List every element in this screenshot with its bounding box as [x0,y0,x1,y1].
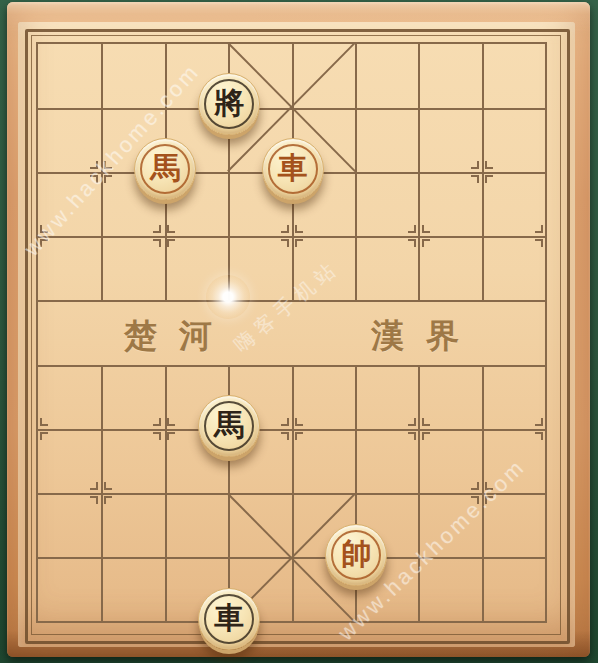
grid-cell [355,172,418,236]
grid-cell [38,429,101,493]
grid-cell [418,493,481,557]
grid-cell [482,365,545,429]
grid-cell [292,300,355,364]
river-label-han-jie: 漢界 [349,314,481,359]
grid-cell [292,429,355,493]
grid-cell [101,429,164,493]
grid-cell [482,44,545,108]
piece-character: 馬 [150,153,180,183]
grid-cell [482,236,545,300]
grid-cell [482,300,545,364]
grid-cell [418,365,481,429]
grid-cell [228,236,291,300]
grid-cell [418,557,481,621]
piece-red-horse[interactable]: 馬 [134,138,196,200]
grid-cell [418,236,481,300]
grid-cell [482,429,545,493]
piece-character: 車 [214,603,244,633]
grid-cell [418,108,481,172]
grid-cell [38,108,101,172]
grid-cell [165,493,228,557]
grid-cell [38,365,101,429]
grid-cell [355,44,418,108]
grid-cell [101,44,164,108]
grid-cell [38,236,101,300]
grid-cell [101,236,164,300]
grid-cell [101,557,164,621]
grid-cell [38,44,101,108]
piece-character: 將 [214,88,244,118]
grid-cell [482,172,545,236]
grid-cell [38,493,101,557]
piece-red-general[interactable]: 帥 [325,524,387,586]
grid-cell [355,429,418,493]
grid-cell [418,172,481,236]
piece-black-horse[interactable]: 馬 [198,395,260,457]
grid-cell [482,108,545,172]
grid-cell [482,557,545,621]
grid-cell [418,44,481,108]
piece-red-chariot[interactable]: 車 [262,138,324,200]
grid-cell [165,236,228,300]
grid-cell [482,493,545,557]
grid-cell [101,493,164,557]
grid-cell [355,365,418,429]
grid-cell [418,429,481,493]
grid-cell [38,172,101,236]
grid-cell [101,365,164,429]
grid-cell [355,236,418,300]
piece-character: 馬 [214,410,244,440]
piece-character: 車 [278,153,308,183]
piece-character: 帥 [341,539,371,569]
grid-cell [38,300,101,364]
piece-black-general[interactable]: 將 [198,73,260,135]
piece-black-chariot[interactable]: 車 [198,588,260,650]
grid-cell [228,300,291,364]
river-label-chu-he: 楚河 [102,314,234,359]
grid-cell [355,108,418,172]
grid-cell [38,557,101,621]
grid-cell [292,236,355,300]
grid-cell [292,365,355,429]
xiangqi-board[interactable]: 楚河 漢界 將馬車馬帥車www.hackhome.com嗨客手机站www.hac… [7,2,590,657]
game-screen: 楚河 漢界 將馬車馬帥車www.hackhome.com嗨客手机站www.hac… [0,0,598,663]
